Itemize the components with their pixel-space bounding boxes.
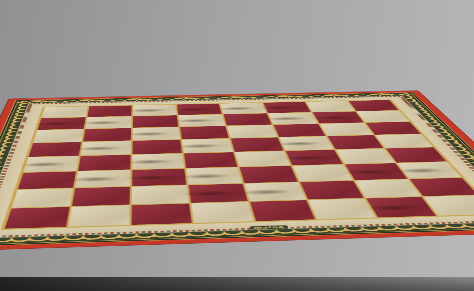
white-queen-glyph: ♛ (180, 115, 255, 195)
board-shadow (0, 277, 474, 291)
square-a3[interactable] (17, 171, 77, 189)
photo-stage: maioa ♛♝♜♚♟♜♞♞♟♟♝♟♞♞♟♟♟♝♟♟♟♛♜♚ (0, 0, 474, 291)
white-knight-glyph: ♞ (23, 106, 79, 165)
chess-board: maioa ♛♝♜♚♟♜♞♞♟♟♝♟♞♞♟♟♟♝♟♟♟♛♜♚ (0, 90, 474, 251)
scene: maioa ♛♝♜♚♟♜♞♞♟♟♝♟♞♞♟♟♟♝♟♟♟♛♜♚ (0, 0, 474, 291)
square-d1[interactable] (190, 201, 255, 223)
square-b2[interactable] (71, 186, 131, 206)
white-pawn-glyph: ♟ (82, 135, 125, 181)
square-a2[interactable] (10, 187, 74, 207)
square-c1[interactable] (130, 203, 193, 225)
square-a1[interactable] (3, 206, 70, 228)
white-king-glyph: ♚ (358, 115, 447, 209)
